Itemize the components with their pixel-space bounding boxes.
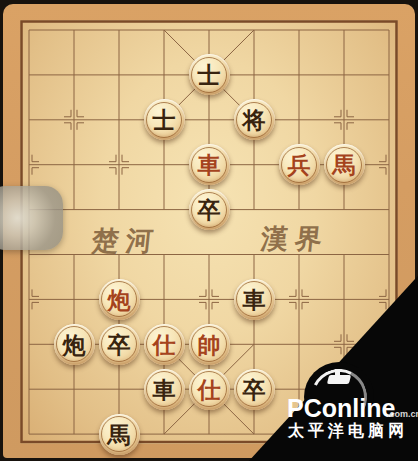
watermark: PConline .com.cn 太平洋电脑网	[240, 270, 418, 461]
piece-glyph: 馬	[333, 153, 356, 176]
piece-red-cannon[interactable]: 炮	[99, 279, 140, 320]
piece-red-advisor-2[interactable]: 仕	[189, 369, 230, 410]
piece-glyph: 馬	[108, 423, 131, 446]
piece-red-advisor-1[interactable]: 仕	[144, 324, 185, 365]
piece-red-chariot[interactable]: 車	[189, 144, 230, 185]
piece-glyph: 仕	[198, 378, 221, 401]
piece-glyph: 帥	[198, 333, 221, 356]
piece-red-general[interactable]: 帥	[189, 324, 230, 365]
river-label-right: 漢界	[259, 221, 331, 257]
watermark-site-name: 太平洋电脑网	[288, 421, 408, 442]
piece-glyph: 士	[153, 108, 176, 131]
piece-glyph: 卒	[198, 198, 221, 221]
piece-red-horse[interactable]: 馬	[324, 144, 365, 185]
piece-glyph: 卒	[108, 333, 131, 356]
piece-black-general[interactable]: 将	[234, 99, 275, 140]
river-label-left: 楚河	[90, 223, 162, 259]
piece-glyph: 士	[198, 63, 221, 86]
piece-glyph: 車	[198, 153, 221, 176]
piece-black-chariot-2[interactable]: 車	[144, 369, 185, 410]
piece-glyph: 仕	[153, 333, 176, 356]
piece-glyph: 車	[153, 378, 176, 401]
piece-black-horse[interactable]: 馬	[99, 414, 140, 455]
piece-black-soldier-1[interactable]: 卒	[189, 189, 230, 230]
piece-black-soldier-2[interactable]: 卒	[99, 324, 140, 365]
piece-glyph: 兵	[288, 153, 311, 176]
piece-black-cannon[interactable]: 炮	[54, 324, 95, 365]
watermark-domain: .com.cn	[387, 409, 418, 419]
piece-glyph: 将	[243, 108, 266, 131]
overlay-blob	[0, 186, 63, 250]
piece-black-advisor-2[interactable]: 士	[144, 99, 185, 140]
xiangqi-app-screen: 楚河 漢界 士士将車兵馬卒炮車炮卒仕帥車仕卒馬 PConline .com.cn…	[0, 0, 418, 461]
piece-red-soldier[interactable]: 兵	[279, 144, 320, 185]
watermark-brand: PConline	[287, 394, 395, 423]
piece-black-advisor-1[interactable]: 士	[189, 54, 230, 95]
piece-glyph: 炮	[108, 288, 131, 311]
piece-glyph: 炮	[63, 333, 86, 356]
